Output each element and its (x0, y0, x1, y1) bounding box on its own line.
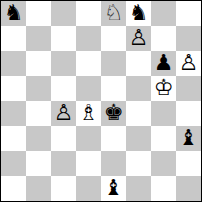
square-f8[interactable]: ♞ (126, 1, 151, 26)
square-b7[interactable] (26, 26, 51, 51)
square-e7[interactable] (101, 26, 126, 51)
square-d3[interactable] (76, 126, 101, 151)
square-d4[interactable]: ♗ (76, 101, 101, 126)
black-bishop-piece[interactable]: ♝ (104, 176, 124, 200)
square-e2[interactable] (101, 151, 126, 176)
square-e5[interactable] (101, 76, 126, 101)
square-h1[interactable] (176, 176, 201, 201)
square-f2[interactable] (126, 151, 151, 176)
square-f5[interactable] (126, 76, 151, 101)
square-f3[interactable] (126, 126, 151, 151)
square-b2[interactable] (26, 151, 51, 176)
square-h5[interactable] (176, 76, 201, 101)
square-g3[interactable] (151, 126, 176, 151)
square-c4[interactable]: ♙ (51, 101, 76, 126)
square-b8[interactable] (26, 1, 51, 26)
square-a1[interactable] (1, 176, 26, 201)
black-bishop-piece[interactable]: ♝ (179, 126, 199, 150)
square-g7[interactable] (151, 26, 176, 51)
square-d8[interactable] (76, 1, 101, 26)
square-c1[interactable] (51, 176, 76, 201)
white-pawn-piece[interactable]: ♙ (54, 101, 74, 125)
black-pawn-piece[interactable]: ♟ (154, 51, 174, 75)
square-g5[interactable]: ♔ (151, 76, 176, 101)
black-knight-piece[interactable]: ♞ (4, 1, 24, 25)
square-f4[interactable] (126, 101, 151, 126)
square-c6[interactable] (51, 51, 76, 76)
square-b4[interactable] (26, 101, 51, 126)
square-d5[interactable] (76, 76, 101, 101)
square-e6[interactable] (101, 51, 126, 76)
square-a7[interactable] (1, 26, 26, 51)
square-c2[interactable] (51, 151, 76, 176)
square-b6[interactable] (26, 51, 51, 76)
square-a4[interactable] (1, 101, 26, 126)
square-d6[interactable] (76, 51, 101, 76)
square-h8[interactable] (176, 1, 201, 26)
square-f7[interactable]: ♙ (126, 26, 151, 51)
square-d1[interactable] (76, 176, 101, 201)
square-a3[interactable] (1, 126, 26, 151)
white-pawn-piece[interactable]: ♙ (179, 51, 199, 75)
black-king-piece[interactable]: ♚ (104, 101, 124, 125)
square-b5[interactable] (26, 76, 51, 101)
square-h3[interactable]: ♝ (176, 126, 201, 151)
white-knight-piece[interactable]: ♘ (104, 1, 124, 25)
black-knight-piece[interactable]: ♞ (129, 1, 149, 25)
square-g6[interactable]: ♟ (151, 51, 176, 76)
square-f1[interactable] (126, 176, 151, 201)
square-c5[interactable] (51, 76, 76, 101)
square-h7[interactable] (176, 26, 201, 51)
white-pawn-piece[interactable]: ♙ (129, 26, 149, 50)
square-d7[interactable] (76, 26, 101, 51)
square-c7[interactable] (51, 26, 76, 51)
chess-diagram: ♞♘♞♙♟♙♔♙♗♚♝♝ (0, 0, 202, 202)
square-h6[interactable]: ♙ (176, 51, 201, 76)
square-a5[interactable] (1, 76, 26, 101)
square-d2[interactable] (76, 151, 101, 176)
square-e3[interactable] (101, 126, 126, 151)
square-g8[interactable] (151, 1, 176, 26)
square-a8[interactable]: ♞ (1, 1, 26, 26)
square-h2[interactable] (176, 151, 201, 176)
square-h4[interactable] (176, 101, 201, 126)
square-g4[interactable] (151, 101, 176, 126)
square-b1[interactable] (26, 176, 51, 201)
square-f6[interactable] (126, 51, 151, 76)
square-e4[interactable]: ♚ (101, 101, 126, 126)
square-b3[interactable] (26, 126, 51, 151)
square-e1[interactable]: ♝ (101, 176, 126, 201)
square-c3[interactable] (51, 126, 76, 151)
square-g2[interactable] (151, 151, 176, 176)
square-e8[interactable]: ♘ (101, 1, 126, 26)
chess-board: ♞♘♞♙♟♙♔♙♗♚♝♝ (0, 0, 202, 202)
square-a6[interactable] (1, 51, 26, 76)
white-king-piece[interactable]: ♔ (154, 76, 174, 100)
square-c8[interactable] (51, 1, 76, 26)
white-bishop-piece[interactable]: ♗ (79, 101, 99, 125)
square-a2[interactable] (1, 151, 26, 176)
square-g1[interactable] (151, 176, 176, 201)
